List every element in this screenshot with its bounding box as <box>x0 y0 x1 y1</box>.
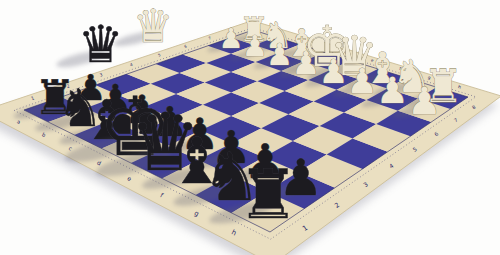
piece-white-pawn-c7[interactable]: ♟ <box>266 37 293 72</box>
chess-set-photo: aabbccddeeffgghh1122334455667788♛♜♞♟♝♟♛♚… <box>0 0 500 255</box>
piece-white-pawn-b7[interactable]: ♟ <box>242 29 268 63</box>
piece-white-pawn-g7[interactable]: ♟ <box>376 70 408 111</box>
piece-white-pawn-h7[interactable]: ♟ <box>408 79 442 123</box>
piece-white-pawn-f7[interactable]: ♟ <box>347 61 378 101</box>
extra-black-queen[interactable]: ♛ <box>78 14 124 74</box>
piece-white-pawn-a7[interactable]: ♟ <box>219 22 244 54</box>
piece-white-pawn-e7[interactable]: ♟ <box>319 52 349 91</box>
chess-board: aabbccddeeffgghh1122334455667788♛♜♞♟♝♟♛♚… <box>0 0 500 255</box>
piece-black-rook-h1[interactable]: ♜ <box>238 155 299 234</box>
extra-white-queen[interactable]: ♛ <box>133 0 174 53</box>
piece-white-pawn-d7[interactable]: ♟ <box>292 45 320 81</box>
